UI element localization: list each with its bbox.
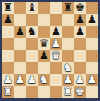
black-bishop: ♝ (26, 2, 38, 14)
square-a5[interactable] (2, 38, 14, 50)
black-rook: ♜ (2, 2, 14, 14)
square-e1[interactable] (50, 86, 62, 98)
square-h6[interactable] (86, 26, 98, 38)
square-b2[interactable]: ♟ (14, 74, 26, 86)
square-f7[interactable] (62, 14, 74, 26)
square-f6[interactable] (62, 26, 74, 38)
square-h2[interactable]: ♟ (86, 74, 98, 86)
white-pawn: ♟ (86, 74, 98, 86)
square-e2[interactable] (50, 74, 62, 86)
square-d5[interactable]: ♛ (38, 38, 50, 50)
square-a4[interactable] (2, 50, 14, 62)
square-d2[interactable]: ♞ (38, 74, 50, 86)
square-c2[interactable]: ♟ (26, 74, 38, 86)
square-c3[interactable] (26, 62, 38, 74)
square-h7[interactable]: ♟ (86, 14, 98, 26)
white-knight: ♞ (62, 62, 74, 74)
white-pawn: ♟ (50, 38, 62, 50)
white-pawn: ♟ (14, 74, 26, 86)
square-a7[interactable]: ♟ (2, 14, 14, 26)
white-knight: ♞ (38, 74, 50, 86)
square-f5[interactable] (62, 38, 74, 50)
square-c6[interactable]: ♞ (26, 26, 38, 38)
black-pawn: ♟ (86, 14, 98, 26)
square-g7[interactable]: ♟ (74, 14, 86, 26)
square-c7[interactable] (26, 14, 38, 26)
square-e6[interactable]: ♟ (50, 26, 62, 38)
square-a8[interactable]: ♜ (2, 2, 14, 14)
square-b1[interactable] (14, 86, 26, 98)
square-h1[interactable] (86, 86, 98, 98)
black-pawn: ♟ (74, 26, 86, 38)
square-a2[interactable]: ♟ (2, 74, 14, 86)
white-pawn: ♟ (26, 74, 38, 86)
square-a1[interactable]: ♜ (2, 86, 14, 98)
square-g5[interactable] (74, 38, 86, 50)
white-rook: ♜ (2, 86, 14, 98)
square-b5[interactable] (14, 38, 26, 50)
square-e4[interactable]: ♛ (50, 50, 62, 62)
square-c8[interactable]: ♝ (26, 2, 38, 14)
square-h4[interactable] (86, 50, 98, 62)
black-pawn: ♟ (14, 26, 26, 38)
square-f2[interactable]: ♟ (62, 74, 74, 86)
black-pawn: ♟ (74, 14, 86, 26)
square-b6[interactable]: ♟ (14, 26, 26, 38)
black-knight: ♞ (26, 26, 38, 38)
square-e8[interactable] (50, 2, 62, 14)
square-d1[interactable] (38, 86, 50, 98)
square-b7[interactable] (14, 14, 26, 26)
square-f1[interactable]: ♜ (62, 86, 74, 98)
square-c5[interactable] (26, 38, 38, 50)
square-b8[interactable] (14, 2, 26, 14)
square-f4[interactable] (62, 50, 74, 62)
board-frame: ♜♝♜♚♟♟♟♟♞♟♟♛♟♟♛♞♟♟♟♞♟♟♟♜♜♚ (0, 0, 100, 101)
chess-board: ♜♝♜♚♟♟♟♟♞♟♟♛♟♟♛♞♟♟♟♞♟♟♟♜♜♚ (2, 2, 98, 98)
black-king: ♚ (74, 2, 86, 14)
black-pawn: ♟ (2, 14, 14, 26)
square-h3[interactable] (86, 62, 98, 74)
square-d7[interactable] (38, 14, 50, 26)
square-b4[interactable] (14, 50, 26, 62)
square-d4[interactable]: ♟ (38, 50, 50, 62)
white-king: ♚ (74, 86, 86, 98)
black-rook: ♜ (62, 2, 74, 14)
square-a6[interactable] (2, 26, 14, 38)
square-f3[interactable]: ♞ (62, 62, 74, 74)
square-c4[interactable] (26, 50, 38, 62)
square-b3[interactable] (14, 62, 26, 74)
black-pawn: ♟ (50, 26, 62, 38)
square-e5[interactable]: ♟ (50, 38, 62, 50)
square-h5[interactable] (86, 38, 98, 50)
white-rook: ♜ (62, 86, 74, 98)
square-g4[interactable] (74, 50, 86, 62)
square-g8[interactable]: ♚ (74, 2, 86, 14)
square-d8[interactable] (38, 2, 50, 14)
square-g1[interactable]: ♚ (74, 86, 86, 98)
square-g2[interactable]: ♟ (74, 74, 86, 86)
square-a3[interactable] (2, 62, 14, 74)
white-pawn: ♟ (62, 74, 74, 86)
black-queen: ♛ (38, 38, 50, 50)
square-h8[interactable] (86, 2, 98, 14)
black-pawn: ♟ (38, 50, 50, 62)
square-e3[interactable] (50, 62, 62, 74)
white-pawn: ♟ (74, 74, 86, 86)
square-d3[interactable] (38, 62, 50, 74)
square-d6[interactable] (38, 26, 50, 38)
square-e7[interactable] (50, 14, 62, 26)
white-queen: ♛ (50, 50, 62, 62)
square-c1[interactable] (26, 86, 38, 98)
square-g6[interactable]: ♟ (74, 26, 86, 38)
square-f8[interactable]: ♜ (62, 2, 74, 14)
white-pawn: ♟ (2, 74, 14, 86)
square-g3[interactable] (74, 62, 86, 74)
